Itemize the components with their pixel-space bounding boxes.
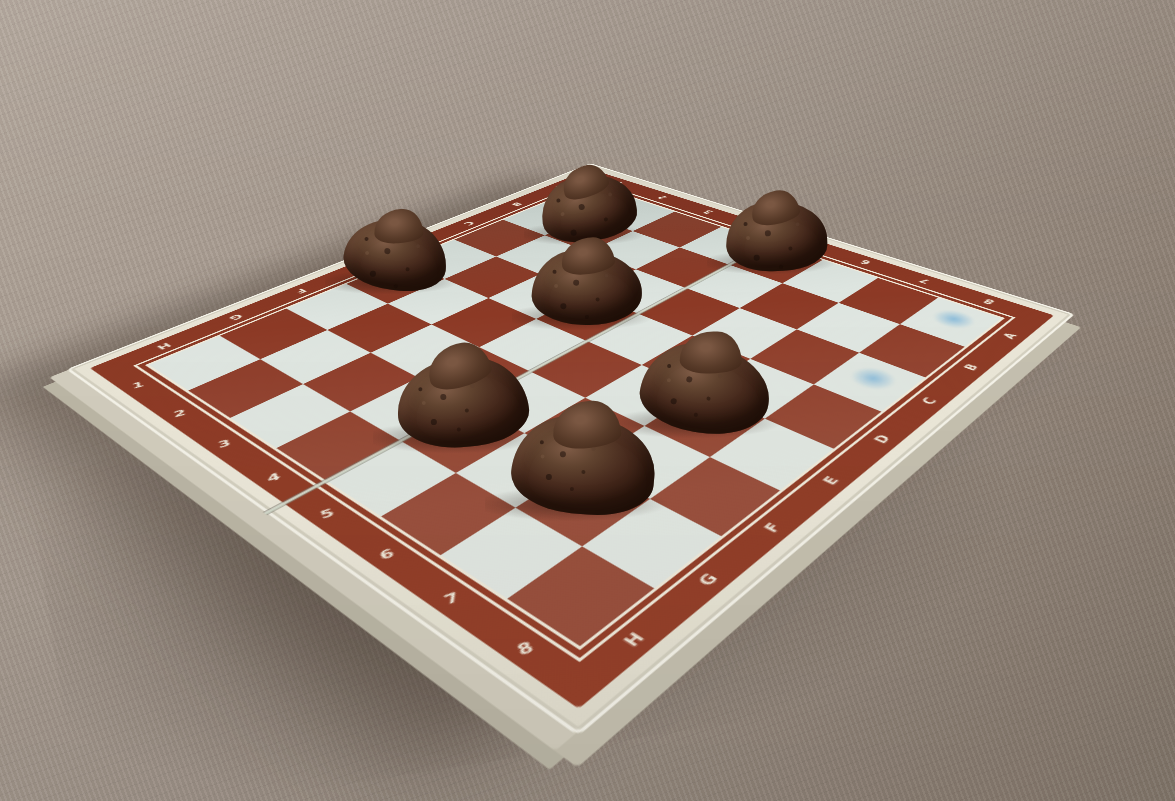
chess-grid — [149, 184, 1002, 646]
photo-scene: 12345678 12345678 ABCDEFGH ABCDEFGH — [0, 0, 1175, 801]
folding-chessboard: 12345678 12345678 ABCDEFGH ABCDEFGH — [66, 163, 1075, 736]
board-face: 12345678 12345678 ABCDEFGH ABCDEFGH — [90, 169, 1054, 709]
